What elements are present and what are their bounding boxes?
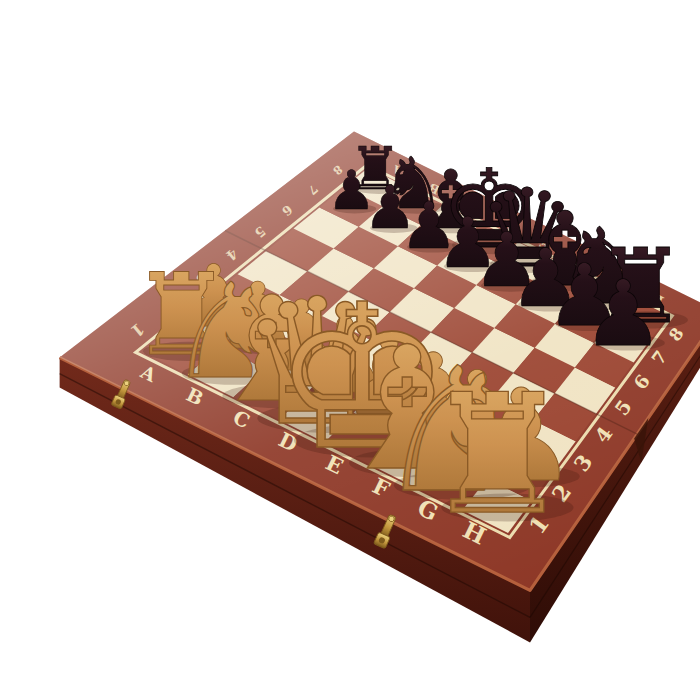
product-photo: ABCDEFGH1234567812345678ABCDEFGH♜♞♟♝♟♚♟♛… [40, 16, 700, 700]
chess-board-photo: ABCDEFGH1234567812345678ABCDEFGH♜♞♟♝♟♚♟♛… [40, 16, 700, 700]
piece-black-pawn-h7: ♟ [582, 261, 663, 366]
piece-white-rook-h1: ♜ [423, 359, 571, 551]
